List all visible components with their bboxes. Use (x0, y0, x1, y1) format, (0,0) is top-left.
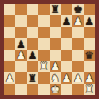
square-c1[interactable] (27, 84, 38, 95)
square-e7[interactable] (50, 15, 61, 26)
square-b7[interactable] (15, 15, 26, 26)
square-g5[interactable] (72, 38, 83, 49)
square-d4[interactable] (38, 50, 49, 61)
square-b2[interactable] (15, 72, 26, 83)
piece-white-rook[interactable]: ♜ (39, 61, 48, 71)
piece-white-pawn[interactable]: ♟ (62, 72, 71, 82)
square-a6[interactable] (4, 27, 15, 38)
square-f6[interactable] (61, 27, 72, 38)
chess-board-frame: ♜♚♟♟♟♟♟♟♛♜♟♟♜♞♟♟♟♚♜ (0, 0, 99, 99)
square-h2[interactable]: ♟ (84, 72, 95, 83)
square-f4[interactable] (61, 50, 72, 61)
square-h1[interactable]: ♜ (84, 84, 95, 95)
square-c3[interactable] (27, 61, 38, 72)
piece-white-pawn[interactable]: ♟ (85, 72, 94, 82)
piece-black-rook[interactable]: ♜ (50, 4, 59, 14)
square-f8[interactable] (61, 4, 72, 15)
piece-white-knight[interactable]: ♞ (50, 72, 59, 82)
square-e6[interactable] (50, 27, 61, 38)
chess-board: ♜♚♟♟♟♟♟♟♛♜♟♟♜♞♟♟♟♚♜ (4, 4, 95, 95)
piece-black-king[interactable]: ♚ (73, 4, 82, 14)
square-a4[interactable] (4, 50, 15, 61)
square-g6[interactable] (72, 27, 83, 38)
piece-black-rook[interactable]: ♜ (28, 72, 37, 82)
square-f2[interactable]: ♟ (61, 72, 72, 83)
square-d8[interactable] (38, 4, 49, 15)
square-a2[interactable]: ♟ (4, 72, 15, 83)
square-g3[interactable] (72, 61, 83, 72)
square-c4[interactable]: ♟ (27, 50, 38, 61)
square-d7[interactable] (38, 15, 49, 26)
piece-black-pawn[interactable]: ♟ (62, 15, 71, 25)
square-d3[interactable]: ♜ (38, 61, 49, 72)
piece-black-pawn[interactable]: ♟ (85, 15, 94, 25)
square-d5[interactable] (38, 38, 49, 49)
piece-white-pawn[interactable]: ♟ (73, 15, 82, 25)
square-a7[interactable] (4, 15, 15, 26)
square-d1[interactable] (38, 84, 49, 95)
square-d2[interactable] (38, 72, 49, 83)
square-e1[interactable]: ♚ (50, 84, 61, 95)
piece-white-king[interactable]: ♚ (50, 84, 59, 94)
square-c7[interactable] (27, 15, 38, 26)
square-f5[interactable] (61, 38, 72, 49)
square-h3[interactable] (84, 61, 95, 72)
piece-black-pawn[interactable]: ♟ (28, 50, 37, 60)
square-b6[interactable] (15, 27, 26, 38)
square-h7[interactable]: ♟ (84, 15, 95, 26)
piece-white-pawn[interactable]: ♟ (73, 72, 82, 82)
square-g7[interactable]: ♟ (72, 15, 83, 26)
square-g4[interactable] (72, 50, 83, 61)
square-c5[interactable] (27, 38, 38, 49)
square-h5[interactable] (84, 38, 95, 49)
piece-white-pawn[interactable]: ♟ (16, 50, 25, 60)
square-c2[interactable]: ♜ (27, 72, 38, 83)
square-g2[interactable]: ♟ (72, 72, 83, 83)
square-e8[interactable]: ♜ (50, 4, 61, 15)
square-b3[interactable] (15, 61, 26, 72)
square-c6[interactable] (27, 27, 38, 38)
square-a1[interactable] (4, 84, 15, 95)
square-a8[interactable] (4, 4, 15, 15)
square-d6[interactable] (38, 27, 49, 38)
piece-black-pawn[interactable]: ♟ (16, 38, 25, 48)
square-c8[interactable] (27, 4, 38, 15)
square-f3[interactable] (61, 61, 72, 72)
piece-white-rook[interactable]: ♜ (85, 84, 94, 94)
piece-black-queen[interactable]: ♛ (85, 50, 94, 60)
square-b1[interactable] (15, 84, 26, 95)
square-e2[interactable]: ♞ (50, 72, 61, 83)
square-h8[interactable] (84, 4, 95, 15)
square-f1[interactable] (61, 84, 72, 95)
square-e3[interactable]: ♟ (50, 61, 61, 72)
square-b4[interactable]: ♟ (15, 50, 26, 61)
piece-white-pawn[interactable]: ♟ (50, 61, 59, 71)
square-b5[interactable]: ♟ (15, 38, 26, 49)
piece-white-pawn[interactable]: ♟ (5, 72, 14, 82)
square-h4[interactable]: ♛ (84, 50, 95, 61)
square-a5[interactable] (4, 38, 15, 49)
square-e5[interactable] (50, 38, 61, 49)
square-e4[interactable] (50, 50, 61, 61)
square-a3[interactable] (4, 61, 15, 72)
square-g8[interactable]: ♚ (72, 4, 83, 15)
square-b8[interactable] (15, 4, 26, 15)
square-f7[interactable]: ♟ (61, 15, 72, 26)
square-g1[interactable] (72, 84, 83, 95)
square-h6[interactable] (84, 27, 95, 38)
